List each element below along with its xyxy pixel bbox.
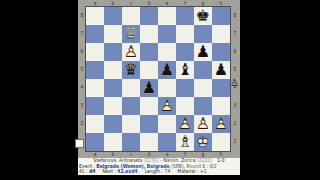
coord-label: 3 — [80, 101, 84, 111]
white-pawn-piece[interactable]: ♟♙ — [158, 97, 176, 115]
square-a1[interactable] — [86, 133, 104, 151]
square-h6[interactable] — [212, 43, 230, 61]
coord-label: 1 — [232, 137, 238, 147]
square-d6[interactable] — [140, 43, 158, 61]
square-f7[interactable] — [176, 25, 194, 43]
square-f2[interactable]: ♟♙ — [176, 115, 194, 133]
white-pawn-material-icon: ♙ — [229, 76, 240, 90]
coord-label: b — [108, 2, 118, 6]
square-d2[interactable] — [140, 115, 158, 133]
event-details: (SRB), Round 6 : 9/2 — [171, 164, 217, 169]
coord-label: 6 — [232, 47, 238, 57]
coord-label: c — [126, 2, 136, 6]
square-g5[interactable] — [194, 61, 212, 79]
square-h4[interactable] — [212, 79, 230, 97]
white-king-piece[interactable]: ♚♔ — [194, 133, 212, 151]
coord-label: g — [198, 2, 208, 6]
square-a4[interactable] — [86, 79, 104, 97]
square-h2[interactable]: ♟♙ — [212, 115, 230, 133]
black-pawn-piece[interactable]: ♟ — [158, 61, 176, 79]
square-e2[interactable] — [158, 115, 176, 133]
square-g7[interactable] — [194, 25, 212, 43]
square-f6[interactable] — [176, 43, 194, 61]
coord-label: 7 — [232, 29, 238, 39]
game-caption: Stefanova, Antoaneta (2270) - Nikolin, Z… — [78, 158, 240, 175]
square-d5[interactable] — [140, 61, 158, 79]
square-d7[interactable] — [140, 25, 158, 43]
square-f5[interactable]: ♝ — [176, 61, 194, 79]
video-frame: { "game": "chess", "position": { "fen": … — [0, 0, 320, 180]
white-player-rating: (2270) — [144, 158, 159, 163]
caption-text: Stefanova, Antoaneta (2270) - Nikolin, Z… — [78, 158, 240, 175]
coord-label: a — [90, 2, 100, 6]
black-player-name: Nikolin, Zorica — [163, 158, 195, 163]
square-g1[interactable]: ♚♔ — [194, 133, 212, 151]
white-pawn-piece[interactable]: ♟♙ — [176, 115, 194, 133]
square-d1[interactable] — [140, 133, 158, 151]
stats-line: 41 : d4 Next : 42.exd4 Length : 74 Mater… — [78, 169, 240, 175]
last-move: 41 : d4 — [79, 169, 95, 175]
square-e8[interactable] — [158, 7, 176, 25]
next-move: Next : 42.exd4 — [102, 169, 137, 175]
square-g6[interactable]: ♟ — [194, 43, 212, 61]
square-g4[interactable] — [194, 79, 212, 97]
coord-label: 2 — [80, 119, 84, 129]
white-player-name: Stefanova, Antoaneta — [93, 158, 142, 163]
square-c6[interactable]: ♟♙ — [122, 43, 140, 61]
coord-label: f — [180, 2, 190, 6]
square-c5[interactable]: ♛ — [122, 61, 140, 79]
square-h3[interactable] — [212, 97, 230, 115]
square-b5[interactable] — [104, 61, 122, 79]
coord-label: 5 — [232, 65, 238, 75]
coord-label: 4 — [80, 83, 84, 93]
white-queen-piece[interactable]: ♛♕ — [122, 25, 140, 43]
square-b3[interactable] — [104, 97, 122, 115]
coord-label: 5 — [80, 65, 84, 75]
square-c7[interactable]: ♛♕ — [122, 25, 140, 43]
square-b8[interactable] — [104, 7, 122, 25]
square-g8[interactable]: ♚ — [194, 7, 212, 25]
square-c8[interactable] — [122, 7, 140, 25]
square-e3[interactable]: ♟♙ — [158, 97, 176, 115]
game-result: 1-0 — [217, 158, 224, 163]
coord-label: c — [126, 153, 136, 157]
material-balance: Material : +1 — [177, 169, 206, 175]
coord-label: 3 — [232, 101, 238, 111]
square-f3[interactable] — [176, 97, 194, 115]
coord-label: e — [162, 153, 172, 157]
square-h7[interactable] — [212, 25, 230, 43]
square-e7[interactable] — [158, 25, 176, 43]
black-pawn-piece[interactable]: ♟ — [194, 43, 212, 61]
white-pawn-piece[interactable]: ♟♙ — [212, 115, 230, 133]
square-c1[interactable] — [122, 133, 140, 151]
coord-label: 6 — [80, 47, 84, 57]
file-labels-bottom: abcdefgh — [86, 151, 230, 158]
coord-label: h — [216, 153, 226, 157]
coord-label: a — [90, 153, 100, 157]
square-f4[interactable] — [176, 79, 194, 97]
black-player-rating: (2220) — [197, 158, 212, 163]
square-h1[interactable] — [212, 133, 230, 151]
game-length: Length : 74 — [145, 169, 171, 175]
rank-labels-left: 87654321 — [78, 7, 86, 151]
square-e6[interactable] — [158, 43, 176, 61]
square-a8[interactable] — [86, 7, 104, 25]
square-c4[interactable] — [122, 79, 140, 97]
square-a2[interactable] — [86, 115, 104, 133]
coord-label: d — [144, 153, 154, 157]
white-pawn-piece[interactable]: ♟♙ — [194, 115, 212, 133]
square-a7[interactable] — [86, 25, 104, 43]
square-b1[interactable] — [104, 133, 122, 151]
square-d3[interactable] — [140, 97, 158, 115]
bottom-black-bar — [78, 175, 240, 180]
black-queen-piece[interactable]: ♛ — [122, 61, 140, 79]
square-c2[interactable] — [122, 115, 140, 133]
black-pawn-piece[interactable]: ♟ — [140, 79, 158, 97]
square-h8[interactable] — [212, 7, 230, 25]
square-g2[interactable]: ♟♙ — [194, 115, 212, 133]
white-bishop-piece[interactable]: ♝♗ — [176, 133, 194, 151]
board[interactable]: ♚♛♕♟♙♟♛♟♝♟♟♟♙♟♙♟♙♟♙♝♗♚♔ — [86, 7, 230, 151]
event-label: Event : — [79, 164, 95, 169]
coord-label: f — [180, 153, 190, 157]
square-e4[interactable] — [158, 79, 176, 97]
square-b7[interactable] — [104, 25, 122, 43]
black-king-piece[interactable]: ♚ — [194, 7, 212, 25]
diagram-content: abcdefgh 87654321 87654321 ♚♛♕♟♙♟♛♟♝♟♟♟♙… — [78, 0, 240, 180]
square-a6[interactable] — [86, 43, 104, 61]
side-to-move-indicator — [75, 139, 84, 148]
black-bishop-piece[interactable]: ♝ — [176, 61, 194, 79]
square-b4[interactable] — [104, 79, 122, 97]
square-f8[interactable] — [176, 7, 194, 25]
square-d8[interactable] — [140, 7, 158, 25]
square-g3[interactable] — [194, 97, 212, 115]
coord-label: 8 — [232, 11, 238, 21]
black-pawn-piece[interactable]: ♟ — [212, 61, 230, 79]
coord-label: 7 — [80, 29, 84, 39]
coord-label: 2 — [232, 119, 238, 129]
coord-label: g — [198, 153, 208, 157]
coord-label: b — [108, 153, 118, 157]
players-dash: - — [160, 158, 162, 163]
square-a3[interactable] — [86, 97, 104, 115]
square-f1[interactable]: ♝♗ — [176, 133, 194, 151]
chessboard-panel: abcdefgh 87654321 87654321 ♚♛♕♟♙♟♛♟♝♟♟♟♙… — [78, 0, 240, 158]
square-e1[interactable] — [158, 133, 176, 151]
coord-label: h — [216, 2, 226, 6]
square-h5[interactable]: ♟ — [212, 61, 230, 79]
square-b2[interactable] — [104, 115, 122, 133]
event-name[interactable]: Belgrade (Women), Belgrade — [96, 164, 169, 169]
square-d4[interactable]: ♟ — [140, 79, 158, 97]
square-e5[interactable]: ♟ — [158, 61, 176, 79]
square-a5[interactable] — [86, 61, 104, 79]
white-pawn-piece[interactable]: ♟♙ — [122, 43, 140, 61]
square-b6[interactable] — [104, 43, 122, 61]
square-c3[interactable] — [122, 97, 140, 115]
coord-label: e — [162, 2, 172, 6]
coord-label: d — [144, 2, 154, 6]
coord-label: 8 — [80, 11, 84, 21]
